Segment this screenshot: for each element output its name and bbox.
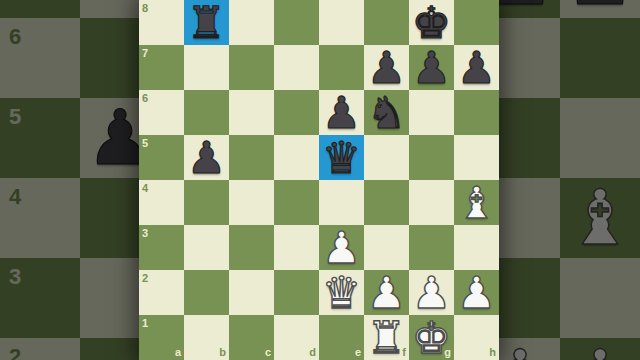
piece-black-pawn[interactable]: ♟ [409,45,454,90]
piece-white-pawn[interactable]: ♟ [409,270,454,315]
file-label-e: e [355,347,361,358]
square-h5[interactable] [454,135,499,180]
square-b5[interactable]: ♟ [184,135,229,180]
square-e8[interactable] [319,0,364,45]
square-g4[interactable] [409,180,454,225]
square-c2[interactable] [229,270,274,315]
piece-black-pawn[interactable]: ♟ [319,90,364,135]
square-c8[interactable] [229,0,274,45]
square-h7[interactable]: ♟ [454,45,499,90]
square-f1[interactable]: f♜ [364,315,409,360]
square-e3[interactable]: ♟ [319,225,364,270]
square-e1[interactable]: e [319,315,364,360]
square-d7[interactable] [274,45,319,90]
square-e6[interactable]: ♟ [319,90,364,135]
square-a8[interactable]: 8 [139,0,184,45]
file-label-a: a [175,347,181,358]
piece-white-king[interactable]: ♚ [409,315,454,360]
piece-black-pawn[interactable]: ♟ [364,45,409,90]
file-label-b: b [219,347,226,358]
piece-black-king[interactable]: ♚ [409,0,454,45]
square-d4[interactable] [274,180,319,225]
piece-black-pawn[interactable]: ♟ [454,45,499,90]
piece-black-rook[interactable]: ♜ [184,0,229,45]
square-f5[interactable] [364,135,409,180]
file-label-d: d [309,347,316,358]
rank-label-2: 2 [142,273,148,284]
rank-label-7: 7 [142,48,148,59]
square-f2[interactable]: ♟ [364,270,409,315]
square-d1[interactable]: d [274,315,319,360]
square-b4[interactable] [184,180,229,225]
piece-black-queen[interactable]: ♛ [319,135,364,180]
rank-label-5: 5 [142,138,148,149]
file-label-h: h [489,347,496,358]
square-c1[interactable]: c [229,315,274,360]
square-g7[interactable]: ♟ [409,45,454,90]
square-f3[interactable] [364,225,409,270]
square-a5[interactable]: 5 [139,135,184,180]
rank-label-6: 6 [142,93,148,104]
square-d3[interactable] [274,225,319,270]
piece-black-knight[interactable]: ♞ [364,90,409,135]
square-a3[interactable]: 3 [139,225,184,270]
square-d6[interactable] [274,90,319,135]
square-d2[interactable] [274,270,319,315]
square-e7[interactable] [319,45,364,90]
piece-white-pawn[interactable]: ♟ [454,270,499,315]
square-f7[interactable]: ♟ [364,45,409,90]
square-f8[interactable] [364,0,409,45]
square-b2[interactable] [184,270,229,315]
piece-white-bishop[interactable]: ♝ [454,180,499,225]
square-a6[interactable]: 6 [139,90,184,135]
file-label-c: c [265,347,271,358]
square-f4[interactable] [364,180,409,225]
square-h1[interactable]: h [454,315,499,360]
square-a4[interactable]: 4 [139,180,184,225]
square-g1[interactable]: g♚ [409,315,454,360]
rank-label-1: 1 [142,318,148,329]
square-h8[interactable] [454,0,499,45]
square-c6[interactable] [229,90,274,135]
square-d8[interactable] [274,0,319,45]
piece-white-queen[interactable]: ♛ [319,270,364,315]
square-g8[interactable]: ♚ [409,0,454,45]
piece-white-pawn[interactable]: ♟ [319,225,364,270]
square-d5[interactable] [274,135,319,180]
square-h3[interactable] [454,225,499,270]
square-g2[interactable]: ♟ [409,270,454,315]
square-b3[interactable] [184,225,229,270]
rank-label-4: 4 [142,183,148,194]
square-a2[interactable]: 2 [139,270,184,315]
square-h4[interactable]: ♝ [454,180,499,225]
rank-label-8: 8 [142,3,148,14]
square-e2[interactable]: ♛ [319,270,364,315]
square-b6[interactable] [184,90,229,135]
square-h2[interactable]: ♟ [454,270,499,315]
square-e5[interactable]: ♛ [319,135,364,180]
piece-white-rook[interactable]: ♜ [364,315,409,360]
video-frame: 8♜♚7♟♟♟6♟♞5♟♛4♝3♟2♛♟♟♟1♜♚ 8♜♚7♟♟♟6♟♞5♟♛4… [0,0,640,360]
rank-label-3: 3 [142,228,148,239]
piece-white-pawn[interactable]: ♟ [364,270,409,315]
square-c3[interactable] [229,225,274,270]
square-a1[interactable]: 1a [139,315,184,360]
square-b1[interactable]: b [184,315,229,360]
square-g3[interactable] [409,225,454,270]
square-a7[interactable]: 7 [139,45,184,90]
square-c5[interactable] [229,135,274,180]
square-c7[interactable] [229,45,274,90]
square-g5[interactable] [409,135,454,180]
square-c4[interactable] [229,180,274,225]
square-b8[interactable]: ♜ [184,0,229,45]
square-e4[interactable] [319,180,364,225]
square-f6[interactable]: ♞ [364,90,409,135]
chess-board[interactable]: 8♜♚7♟♟♟6♟♞5♟♛4♝3♟2♛♟♟♟1abcdef♜g♚h [139,0,499,360]
square-b7[interactable] [184,45,229,90]
piece-black-pawn[interactable]: ♟ [184,135,229,180]
square-h6[interactable] [454,90,499,135]
square-g6[interactable] [409,90,454,135]
